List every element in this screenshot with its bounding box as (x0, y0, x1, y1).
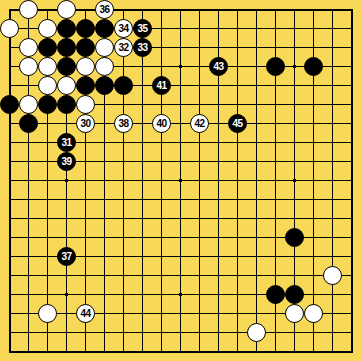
intersection[interactable] (342, 38, 361, 57)
intersection[interactable] (247, 152, 266, 171)
intersection[interactable] (19, 76, 38, 95)
intersection[interactable] (228, 247, 247, 266)
intersection[interactable] (342, 19, 361, 38)
intersection[interactable] (323, 190, 342, 209)
intersection[interactable] (190, 38, 209, 57)
intersection[interactable] (285, 285, 304, 304)
intersection[interactable] (95, 95, 114, 114)
intersection[interactable] (247, 76, 266, 95)
intersection[interactable] (38, 285, 57, 304)
intersection[interactable] (190, 342, 209, 361)
intersection[interactable] (133, 133, 152, 152)
intersection[interactable] (133, 95, 152, 114)
intersection[interactable] (228, 209, 247, 228)
intersection[interactable]: 36 (95, 0, 114, 19)
intersection[interactable] (76, 266, 95, 285)
intersection[interactable] (323, 247, 342, 266)
intersection[interactable] (57, 209, 76, 228)
intersection[interactable] (266, 57, 285, 76)
intersection[interactable] (171, 190, 190, 209)
intersection[interactable] (323, 95, 342, 114)
intersection[interactable] (285, 38, 304, 57)
intersection[interactable] (228, 76, 247, 95)
stone-white-42[interactable]: 42 (190, 114, 209, 133)
intersection[interactable] (114, 57, 133, 76)
intersection[interactable] (304, 285, 323, 304)
stone-white-32[interactable]: 32 (114, 38, 133, 57)
intersection[interactable] (266, 171, 285, 190)
intersection[interactable] (57, 190, 76, 209)
stone-white[interactable] (38, 304, 57, 323)
intersection[interactable] (209, 209, 228, 228)
intersection[interactable] (342, 0, 361, 19)
intersection[interactable] (0, 38, 19, 57)
intersection[interactable] (95, 190, 114, 209)
intersection[interactable] (95, 171, 114, 190)
intersection[interactable] (342, 266, 361, 285)
intersection[interactable] (95, 266, 114, 285)
intersection[interactable] (171, 342, 190, 361)
intersection[interactable] (57, 266, 76, 285)
intersection[interactable] (285, 323, 304, 342)
intersection[interactable] (323, 171, 342, 190)
intersection[interactable] (133, 171, 152, 190)
intersection[interactable]: 31 (57, 133, 76, 152)
intersection[interactable] (266, 228, 285, 247)
intersection[interactable] (209, 323, 228, 342)
intersection[interactable] (323, 133, 342, 152)
intersection[interactable] (266, 323, 285, 342)
intersection[interactable] (266, 19, 285, 38)
intersection[interactable] (228, 171, 247, 190)
intersection[interactable] (114, 190, 133, 209)
intersection[interactable] (247, 342, 266, 361)
intersection[interactable] (0, 285, 19, 304)
stone-black[interactable] (266, 57, 285, 76)
intersection[interactable] (247, 228, 266, 247)
intersection[interactable] (190, 95, 209, 114)
intersection[interactable] (19, 228, 38, 247)
stone-white[interactable] (38, 76, 57, 95)
intersection[interactable] (76, 228, 95, 247)
intersection[interactable] (76, 0, 95, 19)
intersection[interactable] (304, 304, 323, 323)
intersection[interactable] (76, 323, 95, 342)
intersection[interactable] (133, 266, 152, 285)
stone-white[interactable] (57, 76, 76, 95)
intersection[interactable] (304, 114, 323, 133)
intersection[interactable] (133, 190, 152, 209)
intersection[interactable] (19, 209, 38, 228)
intersection[interactable] (247, 114, 266, 133)
intersection[interactable] (209, 285, 228, 304)
intersection[interactable] (19, 152, 38, 171)
intersection[interactable] (114, 323, 133, 342)
intersection[interactable] (95, 304, 114, 323)
intersection[interactable] (133, 228, 152, 247)
intersection[interactable] (323, 57, 342, 76)
intersection[interactable] (19, 247, 38, 266)
intersection[interactable] (0, 266, 19, 285)
intersection[interactable] (133, 114, 152, 133)
intersection[interactable] (76, 171, 95, 190)
intersection[interactable] (190, 171, 209, 190)
intersection[interactable] (133, 247, 152, 266)
intersection[interactable] (19, 133, 38, 152)
intersection[interactable] (19, 266, 38, 285)
intersection[interactable] (19, 57, 38, 76)
stone-black[interactable] (266, 285, 285, 304)
intersection[interactable] (209, 114, 228, 133)
stone-white[interactable] (285, 304, 304, 323)
intersection[interactable] (38, 304, 57, 323)
intersection[interactable] (266, 0, 285, 19)
intersection[interactable] (171, 171, 190, 190)
intersection[interactable] (266, 76, 285, 95)
intersection[interactable] (266, 247, 285, 266)
intersection[interactable] (171, 0, 190, 19)
intersection[interactable] (285, 57, 304, 76)
intersection[interactable] (152, 0, 171, 19)
intersection[interactable] (304, 323, 323, 342)
intersection[interactable] (95, 133, 114, 152)
intersection[interactable] (171, 76, 190, 95)
intersection[interactable] (133, 285, 152, 304)
intersection[interactable] (228, 266, 247, 285)
intersection[interactable] (285, 114, 304, 133)
intersection[interactable] (171, 228, 190, 247)
intersection[interactable] (323, 114, 342, 133)
intersection[interactable] (133, 323, 152, 342)
intersection[interactable]: 40 (152, 114, 171, 133)
intersection[interactable] (57, 323, 76, 342)
intersection[interactable] (190, 19, 209, 38)
intersection[interactable]: 45 (228, 114, 247, 133)
intersection[interactable] (285, 304, 304, 323)
intersection[interactable] (0, 19, 19, 38)
intersection[interactable] (266, 133, 285, 152)
intersection[interactable] (0, 304, 19, 323)
intersection[interactable] (285, 95, 304, 114)
intersection[interactable] (304, 247, 323, 266)
intersection[interactable] (323, 266, 342, 285)
intersection[interactable] (95, 209, 114, 228)
stone-white-44[interactable]: 44 (76, 304, 95, 323)
intersection[interactable] (19, 114, 38, 133)
intersection[interactable] (57, 38, 76, 57)
stone-black[interactable] (114, 76, 133, 95)
intersection[interactable] (57, 285, 76, 304)
intersection[interactable] (228, 228, 247, 247)
stone-black[interactable] (76, 38, 95, 57)
intersection[interactable] (76, 209, 95, 228)
intersection[interactable] (247, 323, 266, 342)
intersection[interactable] (152, 133, 171, 152)
intersection[interactable] (342, 152, 361, 171)
stone-white[interactable] (76, 57, 95, 76)
stone-white[interactable] (304, 304, 323, 323)
intersection[interactable] (76, 95, 95, 114)
intersection[interactable] (190, 285, 209, 304)
intersection[interactable] (38, 323, 57, 342)
intersection[interactable] (38, 228, 57, 247)
intersection[interactable] (38, 133, 57, 152)
intersection[interactable] (304, 171, 323, 190)
intersection[interactable] (285, 19, 304, 38)
intersection[interactable] (0, 171, 19, 190)
intersection[interactable] (228, 57, 247, 76)
intersection[interactable] (209, 76, 228, 95)
intersection[interactable] (0, 342, 19, 361)
stone-white-30[interactable]: 30 (76, 114, 95, 133)
intersection[interactable] (19, 0, 38, 19)
intersection[interactable] (304, 190, 323, 209)
intersection[interactable] (152, 19, 171, 38)
stone-white[interactable] (19, 38, 38, 57)
intersection[interactable] (114, 76, 133, 95)
intersection[interactable] (152, 209, 171, 228)
stone-black[interactable] (57, 19, 76, 38)
intersection[interactable]: 39 (57, 152, 76, 171)
intersection[interactable] (95, 76, 114, 95)
intersection[interactable] (304, 57, 323, 76)
intersection[interactable] (0, 152, 19, 171)
intersection[interactable] (247, 190, 266, 209)
intersection[interactable] (171, 19, 190, 38)
intersection[interactable] (38, 152, 57, 171)
intersection[interactable]: 30 (76, 114, 95, 133)
intersection[interactable] (228, 38, 247, 57)
intersection[interactable] (0, 190, 19, 209)
intersection[interactable] (266, 285, 285, 304)
intersection[interactable] (209, 133, 228, 152)
intersection[interactable] (304, 342, 323, 361)
intersection[interactable] (133, 57, 152, 76)
intersection[interactable] (152, 266, 171, 285)
intersection[interactable] (95, 323, 114, 342)
intersection[interactable] (57, 228, 76, 247)
intersection[interactable] (228, 19, 247, 38)
intersection[interactable] (152, 152, 171, 171)
intersection[interactable] (209, 0, 228, 19)
stone-black[interactable] (95, 19, 114, 38)
stone-black[interactable] (285, 285, 304, 304)
intersection[interactable] (285, 0, 304, 19)
intersection[interactable] (190, 266, 209, 285)
stone-black[interactable] (57, 57, 76, 76)
intersection[interactable] (95, 57, 114, 76)
stone-white[interactable] (76, 95, 95, 114)
intersection[interactable] (323, 76, 342, 95)
intersection[interactable] (114, 228, 133, 247)
intersection[interactable]: 44 (76, 304, 95, 323)
intersection[interactable]: 35 (133, 19, 152, 38)
stone-white-40[interactable]: 40 (152, 114, 171, 133)
intersection[interactable] (152, 171, 171, 190)
intersection[interactable] (323, 38, 342, 57)
intersection[interactable] (247, 0, 266, 19)
intersection[interactable] (247, 19, 266, 38)
intersection[interactable] (323, 209, 342, 228)
intersection[interactable] (38, 190, 57, 209)
stone-black-37[interactable]: 37 (57, 247, 76, 266)
intersection[interactable] (209, 266, 228, 285)
stone-white[interactable] (323, 266, 342, 285)
stone-white-36[interactable]: 36 (95, 0, 114, 19)
intersection[interactable] (152, 228, 171, 247)
intersection[interactable] (0, 323, 19, 342)
intersection[interactable]: 33 (133, 38, 152, 57)
intersection[interactable] (190, 323, 209, 342)
intersection[interactable] (228, 0, 247, 19)
intersection[interactable] (190, 247, 209, 266)
stone-white[interactable] (95, 38, 114, 57)
intersection[interactable] (76, 247, 95, 266)
intersection[interactable] (266, 114, 285, 133)
intersection[interactable] (171, 285, 190, 304)
intersection[interactable] (95, 247, 114, 266)
intersection[interactable] (38, 38, 57, 57)
intersection[interactable] (285, 190, 304, 209)
intersection[interactable] (19, 171, 38, 190)
stone-black[interactable] (38, 95, 57, 114)
intersection[interactable] (152, 323, 171, 342)
intersection[interactable] (76, 38, 95, 57)
intersection[interactable] (190, 57, 209, 76)
stone-white[interactable] (57, 0, 76, 19)
stone-white-34[interactable]: 34 (114, 19, 133, 38)
intersection[interactable] (76, 342, 95, 361)
intersection[interactable] (266, 304, 285, 323)
intersection[interactable] (19, 190, 38, 209)
intersection[interactable] (38, 209, 57, 228)
intersection[interactable] (76, 76, 95, 95)
intersection[interactable] (228, 304, 247, 323)
intersection[interactable] (114, 209, 133, 228)
intersection[interactable] (342, 247, 361, 266)
intersection[interactable] (285, 76, 304, 95)
intersection[interactable] (228, 342, 247, 361)
intersection[interactable] (76, 19, 95, 38)
intersection[interactable] (38, 247, 57, 266)
intersection[interactable] (57, 95, 76, 114)
intersection[interactable] (190, 133, 209, 152)
intersection[interactable] (304, 228, 323, 247)
intersection[interactable] (285, 171, 304, 190)
intersection[interactable] (171, 209, 190, 228)
intersection[interactable] (171, 152, 190, 171)
intersection[interactable] (266, 152, 285, 171)
stone-white[interactable] (19, 0, 38, 19)
intersection[interactable] (133, 0, 152, 19)
intersection[interactable] (152, 304, 171, 323)
intersection[interactable] (190, 0, 209, 19)
intersection[interactable] (114, 95, 133, 114)
stone-black-35[interactable]: 35 (133, 19, 152, 38)
stone-black[interactable] (76, 19, 95, 38)
intersection[interactable] (247, 133, 266, 152)
intersection[interactable] (114, 266, 133, 285)
intersection[interactable] (247, 38, 266, 57)
intersection[interactable] (57, 0, 76, 19)
intersection[interactable] (57, 76, 76, 95)
intersection[interactable] (342, 323, 361, 342)
stone-black[interactable] (285, 228, 304, 247)
intersection[interactable] (190, 304, 209, 323)
intersection[interactable] (19, 95, 38, 114)
intersection[interactable] (57, 19, 76, 38)
intersection[interactable] (209, 171, 228, 190)
intersection[interactable] (0, 57, 19, 76)
intersection[interactable] (266, 209, 285, 228)
stone-black[interactable] (57, 38, 76, 57)
intersection[interactable] (171, 95, 190, 114)
intersection[interactable] (285, 209, 304, 228)
intersection[interactable] (209, 190, 228, 209)
intersection[interactable] (152, 38, 171, 57)
intersection[interactable] (95, 285, 114, 304)
intersection[interactable] (228, 152, 247, 171)
intersection[interactable] (114, 171, 133, 190)
intersection[interactable] (342, 133, 361, 152)
stone-black[interactable] (57, 95, 76, 114)
intersection[interactable] (304, 0, 323, 19)
intersection[interactable] (19, 304, 38, 323)
intersection[interactable] (76, 152, 95, 171)
stone-black[interactable] (304, 57, 323, 76)
intersection[interactable] (209, 95, 228, 114)
stone-black-43[interactable]: 43 (209, 57, 228, 76)
intersection[interactable] (209, 304, 228, 323)
intersection[interactable] (247, 209, 266, 228)
intersection[interactable] (228, 95, 247, 114)
intersection[interactable] (19, 323, 38, 342)
intersection[interactable] (19, 38, 38, 57)
intersection[interactable] (285, 247, 304, 266)
intersection[interactable] (304, 266, 323, 285)
intersection[interactable] (323, 342, 342, 361)
intersection[interactable] (114, 152, 133, 171)
intersection[interactable] (38, 57, 57, 76)
intersection[interactable] (209, 19, 228, 38)
intersection[interactable] (247, 285, 266, 304)
intersection[interactable] (304, 133, 323, 152)
intersection[interactable] (95, 152, 114, 171)
intersection[interactable] (247, 57, 266, 76)
intersection[interactable] (171, 247, 190, 266)
intersection[interactable] (38, 266, 57, 285)
intersection[interactable] (228, 133, 247, 152)
intersection[interactable] (95, 19, 114, 38)
intersection[interactable] (190, 228, 209, 247)
intersection[interactable] (285, 266, 304, 285)
stone-white[interactable] (38, 19, 57, 38)
intersection[interactable] (76, 285, 95, 304)
intersection[interactable] (209, 247, 228, 266)
intersection[interactable] (247, 247, 266, 266)
intersection[interactable] (152, 285, 171, 304)
intersection[interactable] (57, 57, 76, 76)
intersection[interactable] (228, 190, 247, 209)
intersection[interactable] (152, 190, 171, 209)
intersection[interactable] (0, 228, 19, 247)
stone-white[interactable] (19, 95, 38, 114)
intersection[interactable] (114, 133, 133, 152)
intersection[interactable] (38, 114, 57, 133)
intersection[interactable] (209, 152, 228, 171)
intersection[interactable] (114, 247, 133, 266)
intersection[interactable] (19, 285, 38, 304)
